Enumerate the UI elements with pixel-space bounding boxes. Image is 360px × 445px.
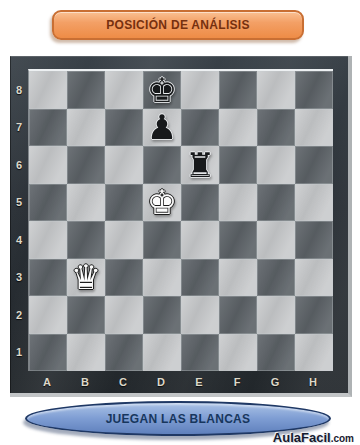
- rank-label-2: 2: [10, 296, 28, 334]
- square-b8: [67, 71, 105, 109]
- file-label-e: E: [180, 371, 218, 393]
- square-b3: ♛: [67, 259, 105, 297]
- square-h4: [295, 221, 333, 259]
- file-label-a: A: [28, 371, 66, 393]
- square-a8: [29, 71, 67, 109]
- square-a2: [29, 296, 67, 334]
- square-e1: [181, 334, 219, 372]
- rank-label-4: 4: [10, 221, 28, 259]
- square-h2: [295, 296, 333, 334]
- square-f1: [219, 334, 257, 372]
- square-g3: [257, 259, 295, 297]
- square-b1: [67, 334, 105, 372]
- piece-black-pawn: ♟: [147, 110, 177, 144]
- square-d2: [143, 296, 181, 334]
- square-g1: [257, 334, 295, 372]
- square-c2: [105, 296, 143, 334]
- square-b4: [67, 221, 105, 259]
- piece-black-rook: ♜: [185, 148, 215, 182]
- rank-label-3: 3: [10, 259, 28, 297]
- square-b5: [67, 184, 105, 222]
- square-g7: [257, 109, 295, 147]
- square-f5: [219, 184, 257, 222]
- square-a6: [29, 146, 67, 184]
- square-a5: [29, 184, 67, 222]
- board-squares: ♚♟♜♚♛: [28, 69, 333, 371]
- square-d8: ♚: [143, 71, 181, 109]
- square-c3: [105, 259, 143, 297]
- square-e2: [181, 296, 219, 334]
- square-g5: [257, 184, 295, 222]
- square-a3: [29, 259, 67, 297]
- status-banner-label: JUEGAN LAS BLANCAS: [106, 412, 251, 426]
- square-e8: [181, 71, 219, 109]
- square-c5: [105, 184, 143, 222]
- analysis-banner-label: POSICIÓN DE ANÁLISIS: [106, 18, 250, 32]
- square-f3: [219, 259, 257, 297]
- square-c8: [105, 71, 143, 109]
- square-h7: [295, 109, 333, 147]
- file-label-f: F: [218, 371, 256, 393]
- square-g4: [257, 221, 295, 259]
- square-d5: ♚: [143, 184, 181, 222]
- rank-label-8: 8: [10, 71, 28, 109]
- rank-label-7: 7: [10, 109, 28, 147]
- square-g8: [257, 71, 295, 109]
- square-c7: [105, 109, 143, 147]
- square-d1: [143, 334, 181, 372]
- square-b6: [67, 146, 105, 184]
- square-c4: [105, 221, 143, 259]
- chessboard: 87654321 ♚♟♜♚♛ ABCDEFGH: [10, 56, 352, 397]
- file-label-d: D: [142, 371, 180, 393]
- square-a1: [29, 334, 67, 372]
- square-a7: [29, 109, 67, 147]
- square-c6: [105, 146, 143, 184]
- square-f6: [219, 146, 257, 184]
- square-h6: [295, 146, 333, 184]
- square-d6: [143, 146, 181, 184]
- file-label-c: C: [104, 371, 142, 393]
- square-d4: [143, 221, 181, 259]
- rank-labels: 87654321: [10, 71, 28, 371]
- square-b2: [67, 296, 105, 334]
- piece-black-king: ♚: [147, 73, 177, 107]
- square-d3: [143, 259, 181, 297]
- square-b7: [67, 109, 105, 147]
- square-e6: ♜: [181, 146, 219, 184]
- square-h8: [295, 71, 333, 109]
- rank-label-6: 6: [10, 146, 28, 184]
- analysis-banner: POSICIÓN DE ANÁLISIS: [52, 10, 304, 40]
- square-g2: [257, 296, 295, 334]
- piece-white-queen: ♛: [71, 260, 101, 294]
- square-h1: [295, 334, 333, 372]
- square-e4: [181, 221, 219, 259]
- brand-suffix: .com: [331, 433, 354, 444]
- rank-label-5: 5: [10, 184, 28, 222]
- brand-name: AulaFacil: [273, 430, 331, 445]
- square-f4: [219, 221, 257, 259]
- square-a4: [29, 221, 67, 259]
- square-f7: [219, 109, 257, 147]
- square-e5: [181, 184, 219, 222]
- page: POSICIÓN DE ANÁLISIS 87654321 ♚♟♜♚♛ ABCD…: [0, 0, 360, 445]
- square-c1: [105, 334, 143, 372]
- file-label-b: B: [66, 371, 104, 393]
- square-e3: [181, 259, 219, 297]
- square-h5: [295, 184, 333, 222]
- square-f8: [219, 71, 257, 109]
- file-labels: ABCDEFGH: [28, 371, 332, 393]
- square-e7: [181, 109, 219, 147]
- square-d7: ♟: [143, 109, 181, 147]
- rank-label-1: 1: [10, 334, 28, 372]
- brand-link[interactable]: AulaFacil.com: [273, 428, 354, 445]
- square-f2: [219, 296, 257, 334]
- piece-white-king: ♚: [147, 185, 177, 219]
- file-label-h: H: [294, 371, 332, 393]
- square-g6: [257, 146, 295, 184]
- square-h3: [295, 259, 333, 297]
- file-label-g: G: [256, 371, 294, 393]
